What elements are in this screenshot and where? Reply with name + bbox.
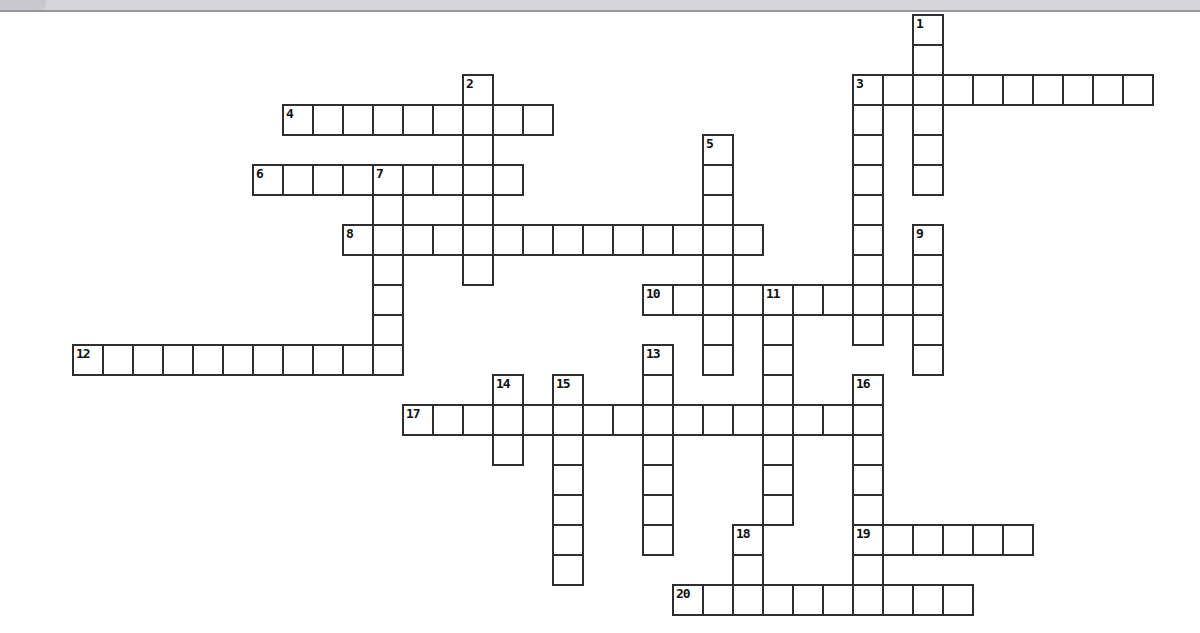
cell-5-30[interactable] (912, 164, 944, 196)
cell-19-29[interactable] (882, 584, 914, 616)
cell-5-14[interactable] (432, 164, 464, 196)
cell-11-10[interactable] (312, 344, 344, 376)
cell-8-30[interactable] (912, 254, 944, 286)
cell-6-12[interactable] (372, 194, 404, 226)
cell-8-15[interactable] (462, 254, 494, 286)
cell-12-28[interactable]: 16 (852, 374, 884, 406)
cell-9-23[interactable] (702, 284, 734, 316)
cell-7-24[interactable] (732, 224, 764, 256)
cell-2-31[interactable] (942, 74, 974, 106)
clue-number-15: 15 (556, 377, 570, 390)
cell-17-29[interactable] (882, 524, 914, 556)
cell-8-12[interactable] (372, 254, 404, 286)
cell-10-12[interactable] (372, 314, 404, 346)
cell-5-28[interactable] (852, 164, 884, 196)
cell-7-30[interactable]: 9 (912, 224, 944, 256)
cell-16-18[interactable] (552, 494, 584, 526)
cell-9-25[interactable]: 11 (762, 284, 794, 316)
cell-13-21[interactable] (642, 404, 674, 436)
cell-9-26[interactable] (792, 284, 824, 316)
cell-9-27[interactable] (822, 284, 854, 316)
clue-number-4: 4 (286, 107, 293, 120)
cell-16-28[interactable] (852, 494, 884, 526)
clue-number-11: 11 (766, 287, 780, 300)
cell-3-10[interactable] (312, 104, 344, 136)
clue-number-12: 12 (76, 347, 90, 360)
cell-8-23[interactable] (702, 254, 734, 286)
cell-7-23[interactable] (702, 224, 734, 256)
cell-9-12[interactable] (372, 284, 404, 316)
cell-14-18[interactable] (552, 434, 584, 466)
cell-13-25[interactable] (762, 404, 794, 436)
cell-7-14[interactable] (432, 224, 464, 256)
cell-10-25[interactable] (762, 314, 794, 346)
cell-13-19[interactable] (582, 404, 614, 436)
cell-17-21[interactable] (642, 524, 674, 556)
cell-9-28[interactable] (852, 284, 884, 316)
cell-3-12[interactable] (372, 104, 404, 136)
cell-13-14[interactable] (432, 404, 464, 436)
cell-11-12[interactable] (372, 344, 404, 376)
cell-7-17[interactable] (522, 224, 554, 256)
cell-11-30[interactable] (912, 344, 944, 376)
clue-number-5: 5 (706, 137, 713, 150)
cell-19-30[interactable] (912, 584, 944, 616)
cell-3-13[interactable] (402, 104, 434, 136)
cell-11-9[interactable] (282, 344, 314, 376)
cell-11-3[interactable] (102, 344, 134, 376)
cell-6-23[interactable] (702, 194, 734, 226)
cell-7-12[interactable] (372, 224, 404, 256)
cell-6-15[interactable] (462, 194, 494, 226)
cell-9-22[interactable] (672, 284, 704, 316)
clue-number-17: 17 (406, 407, 420, 420)
cell-14-16[interactable] (492, 434, 524, 466)
cell-5-10[interactable] (312, 164, 344, 196)
cell-0-30[interactable]: 1 (912, 14, 944, 46)
cell-14-21[interactable] (642, 434, 674, 466)
cell-7-20[interactable] (612, 224, 644, 256)
cell-7-28[interactable] (852, 224, 884, 256)
cell-16-21[interactable] (642, 494, 674, 526)
cell-7-11[interactable]: 8 (342, 224, 374, 256)
cell-8-28[interactable] (852, 254, 884, 286)
cell-11-7[interactable] (222, 344, 254, 376)
cell-19-31[interactable] (942, 584, 974, 616)
cell-11-8[interactable] (252, 344, 284, 376)
clue-number-7: 7 (376, 167, 383, 180)
cell-17-24[interactable]: 18 (732, 524, 764, 556)
cell-14-25[interactable] (762, 434, 794, 466)
cell-19-28[interactable] (852, 584, 884, 616)
cell-3-17[interactable] (522, 104, 554, 136)
cell-11-6[interactable] (192, 344, 224, 376)
cell-13-18[interactable] (552, 404, 584, 436)
cell-3-28[interactable] (852, 104, 884, 136)
cell-17-28[interactable]: 19 (852, 524, 884, 556)
cell-5-8[interactable]: 6 (252, 164, 284, 196)
clue-number-9: 9 (916, 227, 923, 240)
cell-16-25[interactable] (762, 494, 794, 526)
cell-17-33[interactable] (1002, 524, 1034, 556)
cell-7-13[interactable] (402, 224, 434, 256)
cell-19-22[interactable]: 20 (672, 584, 704, 616)
cell-3-11[interactable] (342, 104, 374, 136)
cell-13-28[interactable] (852, 404, 884, 436)
cell-5-13[interactable] (402, 164, 434, 196)
clue-number-16: 16 (856, 377, 870, 390)
cell-5-12[interactable]: 7 (372, 164, 404, 196)
clue-number-18: 18 (736, 527, 750, 540)
cell-1-30[interactable] (912, 44, 944, 76)
cell-13-24[interactable] (732, 404, 764, 436)
cell-19-25[interactable] (762, 584, 794, 616)
cell-13-15[interactable] (462, 404, 494, 436)
clue-number-8: 8 (346, 227, 353, 240)
cell-10-30[interactable] (912, 314, 944, 346)
clue-number-1: 1 (916, 17, 923, 30)
cell-7-15[interactable] (462, 224, 494, 256)
clue-number-13: 13 (646, 347, 660, 360)
cell-13-26[interactable] (792, 404, 824, 436)
cell-2-28[interactable]: 3 (852, 74, 884, 106)
cell-11-2[interactable]: 12 (72, 344, 104, 376)
cell-12-21[interactable] (642, 374, 674, 406)
cell-10-23[interactable] (702, 314, 734, 346)
cell-3-30[interactable] (912, 104, 944, 136)
cell-10-28[interactable] (852, 314, 884, 346)
cell-2-37[interactable] (1122, 74, 1154, 106)
clue-number-3: 3 (856, 77, 863, 90)
cell-11-23[interactable] (702, 344, 734, 376)
cell-13-13[interactable]: 17 (402, 404, 434, 436)
cell-19-27[interactable] (822, 584, 854, 616)
cell-13-16[interactable] (492, 404, 524, 436)
cell-15-21[interactable] (642, 464, 674, 496)
cell-7-19[interactable] (582, 224, 614, 256)
cell-13-27[interactable] (822, 404, 854, 436)
cell-7-18[interactable] (552, 224, 584, 256)
cell-2-30[interactable] (912, 74, 944, 106)
cell-3-15[interactable] (462, 104, 494, 136)
cell-5-11[interactable] (342, 164, 374, 196)
cell-17-18[interactable] (552, 524, 584, 556)
cell-19-24[interactable] (732, 584, 764, 616)
crossword-board: 1234567891011121314151617181920 (0, 0, 1200, 633)
clue-number-14: 14 (496, 377, 510, 390)
cell-9-30[interactable] (912, 284, 944, 316)
cell-13-20[interactable] (612, 404, 644, 436)
cell-2-15[interactable]: 2 (462, 74, 494, 106)
cell-11-11[interactable] (342, 344, 374, 376)
cell-17-30[interactable] (912, 524, 944, 556)
cell-2-36[interactable] (1092, 74, 1124, 106)
cell-11-21[interactable]: 13 (642, 344, 674, 376)
cell-4-15[interactable] (462, 134, 494, 166)
cell-13-23[interactable] (702, 404, 734, 436)
cell-3-16[interactable] (492, 104, 524, 136)
cell-13-22[interactable] (672, 404, 704, 436)
cell-11-5[interactable] (162, 344, 194, 376)
cell-15-25[interactable] (762, 464, 794, 496)
cell-3-9[interactable]: 4 (282, 104, 314, 136)
cell-2-35[interactable] (1062, 74, 1094, 106)
clue-number-19: 19 (856, 527, 870, 540)
cell-7-21[interactable] (642, 224, 674, 256)
cell-12-16[interactable]: 14 (492, 374, 524, 406)
cell-2-29[interactable] (882, 74, 914, 106)
clue-number-20: 20 (676, 587, 690, 600)
cell-12-18[interactable]: 15 (552, 374, 584, 406)
cell-2-34[interactable] (1032, 74, 1064, 106)
cell-2-32[interactable] (972, 74, 1004, 106)
cell-18-28[interactable] (852, 554, 884, 586)
cell-17-32[interactable] (972, 524, 1004, 556)
cell-4-28[interactable] (852, 134, 884, 166)
cell-5-23[interactable] (702, 164, 734, 196)
cell-4-23[interactable]: 5 (702, 134, 734, 166)
cell-19-26[interactable] (792, 584, 824, 616)
cell-9-21[interactable]: 10 (642, 284, 674, 316)
cell-18-18[interactable] (552, 554, 584, 586)
cell-11-4[interactable] (132, 344, 164, 376)
clue-number-10: 10 (646, 287, 660, 300)
cell-7-22[interactable] (672, 224, 704, 256)
cell-14-28[interactable] (852, 434, 884, 466)
cell-11-25[interactable] (762, 344, 794, 376)
cell-4-30[interactable] (912, 134, 944, 166)
cell-18-24[interactable] (732, 554, 764, 586)
cell-19-23[interactable] (702, 584, 734, 616)
cell-9-29[interactable] (882, 284, 914, 316)
cell-17-31[interactable] (942, 524, 974, 556)
cell-3-14[interactable] (432, 104, 464, 136)
cell-6-28[interactable] (852, 194, 884, 226)
clue-number-2: 2 (466, 77, 473, 90)
cell-5-15[interactable] (462, 164, 494, 196)
cell-15-28[interactable] (852, 464, 884, 496)
cell-15-18[interactable] (552, 464, 584, 496)
cell-9-24[interactable] (732, 284, 764, 316)
cell-13-17[interactable] (522, 404, 554, 436)
cell-5-16[interactable] (492, 164, 524, 196)
clue-number-6: 6 (256, 167, 263, 180)
cell-7-16[interactable] (492, 224, 524, 256)
cell-12-25[interactable] (762, 374, 794, 406)
cell-2-33[interactable] (1002, 74, 1034, 106)
cell-5-9[interactable] (282, 164, 314, 196)
